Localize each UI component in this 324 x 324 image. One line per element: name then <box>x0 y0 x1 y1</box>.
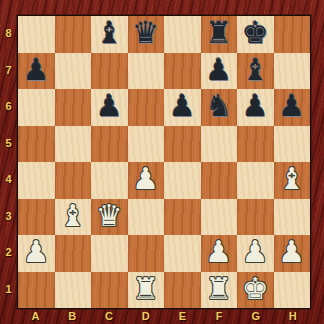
square-g8[interactable]: ♚ <box>237 16 274 53</box>
file-label-g: G <box>238 308 275 324</box>
square-e3[interactable] <box>164 199 201 236</box>
black-bishop[interactable]: ♝ <box>96 15 123 52</box>
file-label-b: B <box>54 308 91 324</box>
square-e8[interactable] <box>164 16 201 53</box>
square-h2[interactable]: ♟ <box>274 235 311 272</box>
black-pawn[interactable]: ♟ <box>96 88 123 125</box>
rank-label-1: 1 <box>0 271 17 308</box>
square-d3[interactable] <box>128 199 165 236</box>
square-b2[interactable] <box>55 235 92 272</box>
white-pawn[interactable]: ♟ <box>278 234 305 271</box>
square-a7[interactable]: ♟ <box>18 53 55 90</box>
square-a1[interactable] <box>18 272 55 309</box>
square-b5[interactable] <box>55 126 92 163</box>
square-d8[interactable]: ♛ <box>128 16 165 53</box>
white-pawn[interactable]: ♟ <box>242 234 269 271</box>
square-b1[interactable] <box>55 272 92 309</box>
white-king[interactable]: ♚ <box>242 271 269 308</box>
square-f8[interactable]: ♜ <box>201 16 238 53</box>
square-f3[interactable] <box>201 199 238 236</box>
square-a3[interactable] <box>18 199 55 236</box>
black-bishop[interactable]: ♝ <box>242 52 269 89</box>
square-c4[interactable] <box>91 162 128 199</box>
square-f6[interactable]: ♞ <box>201 89 238 126</box>
square-c1[interactable] <box>91 272 128 309</box>
square-b7[interactable] <box>55 53 92 90</box>
white-queen[interactable]: ♛ <box>96 198 123 235</box>
white-pawn[interactable]: ♟ <box>132 161 159 198</box>
white-rook[interactable]: ♜ <box>205 271 232 308</box>
square-d1[interactable]: ♜ <box>128 272 165 309</box>
square-c3[interactable]: ♛ <box>91 199 128 236</box>
rank-label-6: 6 <box>0 88 17 125</box>
square-c5[interactable] <box>91 126 128 163</box>
chess-board: ♝♛♜♚♟♟♝♟♟♞♟♟♟♝♝♛♟♟♟♟♜♜♚ <box>17 15 311 309</box>
square-g3[interactable] <box>237 199 274 236</box>
square-h7[interactable] <box>274 53 311 90</box>
square-e6[interactable]: ♟ <box>164 89 201 126</box>
square-h5[interactable] <box>274 126 311 163</box>
square-a6[interactable] <box>18 89 55 126</box>
rank-labels: 87654321 <box>0 15 17 307</box>
square-h3[interactable] <box>274 199 311 236</box>
square-e5[interactable] <box>164 126 201 163</box>
white-rook[interactable]: ♜ <box>132 271 159 308</box>
square-a8[interactable] <box>18 16 55 53</box>
square-f4[interactable] <box>201 162 238 199</box>
black-knight[interactable]: ♞ <box>205 88 232 125</box>
square-f2[interactable]: ♟ <box>201 235 238 272</box>
black-pawn[interactable]: ♟ <box>242 88 269 125</box>
square-g7[interactable]: ♝ <box>237 53 274 90</box>
file-label-a: A <box>17 308 54 324</box>
file-labels: ABCDEFGH <box>17 308 311 324</box>
square-d6[interactable] <box>128 89 165 126</box>
square-g2[interactable]: ♟ <box>237 235 274 272</box>
square-h1[interactable] <box>274 272 311 309</box>
white-pawn[interactable]: ♟ <box>205 234 232 271</box>
square-d7[interactable] <box>128 53 165 90</box>
rank-label-5: 5 <box>0 125 17 162</box>
file-label-e: E <box>164 308 201 324</box>
square-e4[interactable] <box>164 162 201 199</box>
square-g6[interactable]: ♟ <box>237 89 274 126</box>
square-h8[interactable] <box>274 16 311 53</box>
file-label-d: D <box>127 308 164 324</box>
rank-label-8: 8 <box>0 15 17 52</box>
rank-label-7: 7 <box>0 52 17 89</box>
square-d5[interactable] <box>128 126 165 163</box>
chessboard-frame: 87654321 ♝♛♜♚♟♟♝♟♟♞♟♟♟♝♝♛♟♟♟♟♜♜♚ ABCDEFG… <box>0 0 324 324</box>
square-d2[interactable] <box>128 235 165 272</box>
square-a2[interactable]: ♟ <box>18 235 55 272</box>
square-c6[interactable]: ♟ <box>91 89 128 126</box>
square-g5[interactable] <box>237 126 274 163</box>
file-label-f: F <box>201 308 238 324</box>
square-f1[interactable]: ♜ <box>201 272 238 309</box>
black-pawn[interactable]: ♟ <box>23 52 50 89</box>
white-pawn[interactable]: ♟ <box>23 234 50 271</box>
black-king[interactable]: ♚ <box>242 15 269 52</box>
black-pawn[interactable]: ♟ <box>278 88 305 125</box>
square-f7[interactable]: ♟ <box>201 53 238 90</box>
black-pawn[interactable]: ♟ <box>205 52 232 89</box>
square-c8[interactable]: ♝ <box>91 16 128 53</box>
black-rook[interactable]: ♜ <box>205 15 232 52</box>
square-f5[interactable] <box>201 126 238 163</box>
square-b4[interactable] <box>55 162 92 199</box>
rank-label-3: 3 <box>0 198 17 235</box>
square-g4[interactable] <box>237 162 274 199</box>
file-label-c: C <box>91 308 128 324</box>
square-e1[interactable] <box>164 272 201 309</box>
square-b6[interactable] <box>55 89 92 126</box>
black-queen[interactable]: ♛ <box>132 15 159 52</box>
square-a4[interactable] <box>18 162 55 199</box>
square-c7[interactable] <box>91 53 128 90</box>
square-e7[interactable] <box>164 53 201 90</box>
square-g1[interactable]: ♚ <box>237 272 274 309</box>
white-bishop[interactable]: ♝ <box>59 198 86 235</box>
rank-label-2: 2 <box>0 234 17 271</box>
rank-label-4: 4 <box>0 161 17 198</box>
file-label-h: H <box>274 308 311 324</box>
square-d4[interactable]: ♟ <box>128 162 165 199</box>
black-pawn[interactable]: ♟ <box>169 88 196 125</box>
square-h6[interactable]: ♟ <box>274 89 311 126</box>
square-c2[interactable] <box>91 235 128 272</box>
square-b8[interactable] <box>55 16 92 53</box>
square-e2[interactable] <box>164 235 201 272</box>
white-bishop[interactable]: ♝ <box>278 161 305 198</box>
square-a5[interactable] <box>18 126 55 163</box>
square-b3[interactable]: ♝ <box>55 199 92 236</box>
square-h4[interactable]: ♝ <box>274 162 311 199</box>
